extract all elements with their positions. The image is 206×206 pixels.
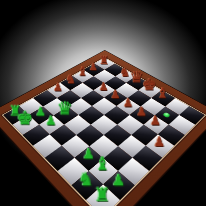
- red-pawn-glyph: ♟: [110, 89, 120, 100]
- chess-board[interactable]: ♜♞♛♚♝♟♝♟♟♟♟♟♞♟♟♛♟♟♟♝♟♜♚♞♜: [2, 57, 206, 206]
- red-pawn-glyph: ♟: [153, 135, 165, 148]
- red-pawn-glyph: ♟: [123, 97, 133, 109]
- chess-scene: ♜♞♛♚♝♟♝♟♟♟♟♟♞♟♟♛♟♟♟♝♟♜♚♞♜: [0, 0, 206, 206]
- square-h1[interactable]: ♜: [86, 185, 119, 206]
- green-pawn-glyph: ♟: [82, 147, 95, 161]
- red-rook-glyph: ♜: [99, 54, 109, 65]
- green-bishop-glyph: ♝: [94, 155, 110, 173]
- red-bishop-glyph: ♝: [77, 65, 89, 78]
- red-pawn-glyph: ♟: [53, 81, 63, 92]
- green-rook-glyph: ♜: [94, 185, 111, 204]
- green-queen-glyph: ♛: [57, 99, 73, 117]
- red-pawn-glyph: ♟: [136, 105, 147, 117]
- green-pawn-glyph: ♟: [111, 173, 125, 188]
- game-viewport: ♜♞♛♚♝♟♝♟♟♟♟♟♞♟♟♛♟♟♟♝♟♜♚♞♜: [0, 0, 206, 206]
- red-bishop-glyph: ♝: [156, 86, 169, 100]
- board-wooden-frame: ♜♞♛♚♝♟♝♟♟♟♟♟♞♟♟♛♟♟♟♝♟♜♚♞♜: [0, 50, 206, 206]
- red-king-glyph: ♚: [142, 76, 157, 92]
- green-pawn-glyph: ♟: [35, 105, 46, 117]
- green-knight-glyph: ♞: [78, 170, 94, 188]
- red-pawn-glyph: ♟: [89, 62, 98, 72]
- green-gem-marker: [163, 112, 172, 118]
- green-king-glyph: ♚: [16, 108, 33, 127]
- red-knight-glyph: ♞: [65, 73, 76, 85]
- green-pawn-glyph: ♟: [45, 115, 56, 128]
- red-pawn-glyph: ♟: [150, 115, 161, 128]
- red-pawn-glyph: ♟: [99, 81, 109, 92]
- square-h4[interactable]: [133, 146, 162, 171]
